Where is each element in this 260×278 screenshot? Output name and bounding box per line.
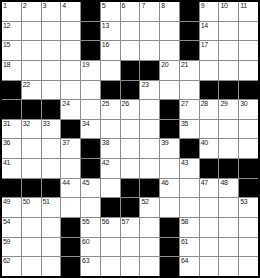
clue-number: 21 [181,61,188,69]
white-cell[interactable] [81,81,100,100]
crossword-grid: 1234567891011121314151617181920212223242… [0,0,260,278]
clue-number: 10 [220,2,227,10]
clue-number: 23 [141,81,148,89]
white-cell[interactable]: 63 [81,257,100,276]
white-cell[interactable] [61,159,80,178]
clue-number: 13 [102,22,109,30]
white-cell[interactable]: 59 [2,238,21,257]
white-cell[interactable]: 45 [81,179,100,198]
black-cell [200,81,219,100]
clue-number: 30 [240,100,247,108]
clue-number: 54 [3,218,10,226]
white-cell[interactable] [101,61,120,80]
clue-number: 4 [62,2,66,10]
white-cell[interactable] [239,257,258,276]
white-cell[interactable]: 47 [200,179,219,198]
white-cell[interactable] [140,100,159,119]
white-cell[interactable] [140,257,159,276]
white-cell[interactable]: 13 [101,22,120,41]
black-cell [61,238,80,257]
white-cell[interactable]: 22 [22,81,41,100]
white-cell[interactable]: 37 [61,139,80,158]
white-cell[interactable] [22,257,41,276]
black-cell [101,81,120,100]
white-cell[interactable] [42,159,61,178]
black-cell [160,120,179,139]
black-cell [121,198,140,217]
black-cell [81,2,100,21]
clue-number: 7 [141,2,145,10]
black-cell [2,81,21,100]
white-cell[interactable]: 49 [2,198,21,217]
white-cell[interactable]: 42 [101,159,120,178]
black-cell [42,179,61,198]
white-cell[interactable] [239,41,258,60]
clue-number: 26 [122,100,129,108]
clue-number: 58 [181,218,188,226]
white-cell[interactable] [22,61,41,80]
clue-number: 12 [3,22,10,30]
white-cell[interactable]: 55 [81,218,100,237]
clue-number: 43 [181,159,188,167]
white-cell[interactable] [140,139,159,158]
white-cell[interactable] [160,198,179,217]
clue-number: 55 [82,218,89,226]
clue-number: 52 [141,198,148,206]
white-cell[interactable] [239,238,258,257]
white-cell[interactable] [219,218,238,237]
white-cell[interactable]: 17 [200,41,219,60]
white-cell[interactable] [22,22,41,41]
white-cell[interactable]: 56 [101,218,120,237]
white-cell[interactable]: 54 [2,218,21,237]
black-cell [200,159,219,178]
clue-number: 24 [62,100,69,108]
clue-number: 1 [3,2,7,10]
white-cell[interactable] [42,257,61,276]
white-cell[interactable]: 33 [42,120,61,139]
white-cell[interactable] [42,218,61,237]
black-cell [2,100,21,119]
white-cell[interactable]: 25 [101,100,120,119]
clue-number: 51 [43,198,50,206]
clue-number: 48 [220,179,227,187]
white-cell[interactable]: 16 [101,41,120,60]
clue-number: 28 [201,100,208,108]
white-cell[interactable]: 39 [160,139,179,158]
white-cell[interactable] [61,81,80,100]
clue-number: 33 [43,120,50,128]
white-cell[interactable]: 62 [2,257,21,276]
clue-number: 41 [3,159,10,167]
white-cell[interactable]: 5 [101,2,120,21]
white-cell[interactable]: 4 [61,2,80,21]
clue-number: 27 [181,100,188,108]
white-cell[interactable]: 35 [180,120,199,139]
clue-number: 44 [62,179,69,187]
white-cell[interactable] [101,238,120,257]
white-cell[interactable]: 7 [140,2,159,21]
clue-number: 36 [3,139,10,147]
white-cell[interactable]: 34 [81,120,100,139]
white-cell[interactable]: 9 [200,2,219,21]
white-cell[interactable] [180,179,199,198]
white-cell[interactable] [219,198,238,217]
white-cell[interactable] [160,22,179,41]
white-cell[interactable]: 21 [180,61,199,80]
black-cell [140,61,159,80]
white-cell[interactable] [200,218,219,237]
white-cell[interactable] [101,257,120,276]
clue-number: 34 [82,120,89,128]
black-cell [219,81,238,100]
clue-number: 57 [122,218,129,226]
clue-number: 47 [201,179,208,187]
clue-number: 16 [102,41,109,49]
clue-number: 53 [240,198,247,206]
white-cell[interactable] [219,238,238,257]
white-cell[interactable] [160,41,179,60]
white-cell[interactable]: 26 [121,100,140,119]
white-cell[interactable] [22,218,41,237]
white-cell[interactable] [42,238,61,257]
white-cell[interactable]: 29 [219,100,238,119]
black-cell [140,179,159,198]
white-cell[interactable]: 18 [2,61,21,80]
clue-number: 45 [82,179,89,187]
white-cell[interactable]: 32 [22,120,41,139]
white-cell[interactable] [42,22,61,41]
white-cell[interactable] [61,61,80,80]
clue-number: 29 [220,100,227,108]
white-cell[interactable] [239,22,258,41]
white-cell[interactable] [200,257,219,276]
clue-number: 39 [161,139,168,147]
white-cell[interactable] [200,120,219,139]
white-cell[interactable]: 38 [101,139,120,158]
black-cell [121,61,140,80]
clue-number: 49 [3,198,10,206]
black-cell [81,22,100,41]
white-cell[interactable] [81,198,100,217]
white-cell[interactable]: 10 [219,2,238,21]
clue-number: 62 [3,257,10,265]
black-cell [180,139,199,158]
white-cell[interactable] [200,61,219,80]
black-cell [121,81,140,100]
clue-number: 63 [82,257,89,265]
white-cell[interactable] [121,159,140,178]
clue-number: 60 [82,238,89,246]
white-cell[interactable]: 19 [81,61,100,80]
clue-number: 46 [161,179,168,187]
clue-number: 25 [102,100,109,108]
white-cell[interactable]: 41 [2,159,21,178]
white-cell[interactable] [61,198,80,217]
white-cell[interactable]: 2 [22,2,41,21]
white-cell[interactable] [140,22,159,41]
black-cell [22,179,41,198]
white-cell[interactable] [22,238,41,257]
white-cell[interactable] [219,257,238,276]
black-cell [61,257,80,276]
white-cell[interactable]: 51 [42,198,61,217]
white-cell[interactable]: 1 [2,2,21,21]
white-cell[interactable] [42,81,61,100]
white-cell[interactable]: 53 [239,198,258,217]
white-cell[interactable] [121,22,140,41]
clue-number: 40 [201,139,208,147]
white-cell[interactable] [42,41,61,60]
white-cell[interactable] [239,61,258,80]
clue-number: 8 [161,2,165,10]
white-cell[interactable]: 28 [200,100,219,119]
white-cell[interactable] [160,81,179,100]
clue-number: 64 [181,257,188,265]
white-cell[interactable] [121,257,140,276]
white-cell[interactable]: 43 [180,159,199,178]
black-cell [2,179,21,198]
white-cell[interactable]: 48 [219,179,238,198]
white-cell[interactable] [180,198,199,217]
white-cell[interactable] [121,238,140,257]
white-cell[interactable]: 52 [140,198,159,217]
white-cell[interactable] [22,139,41,158]
clue-number: 2 [23,2,27,10]
black-cell [22,100,41,119]
clue-number: 19 [82,61,89,69]
black-cell [239,159,258,178]
clue-number: 17 [201,41,208,49]
white-cell[interactable] [61,41,80,60]
clue-number: 6 [122,2,126,10]
white-cell[interactable] [200,238,219,257]
white-cell[interactable] [121,139,140,158]
white-cell[interactable]: 57 [121,218,140,237]
white-cell[interactable]: 50 [22,198,41,217]
black-cell [180,2,199,21]
clue-number: 3 [43,2,47,10]
white-cell[interactable]: 58 [180,218,199,237]
clue-number: 38 [102,139,109,147]
white-cell[interactable] [239,218,258,237]
white-cell[interactable]: 27 [180,100,199,119]
black-cell [239,179,258,198]
clue-number: 22 [23,81,30,89]
white-cell[interactable]: 24 [61,100,80,119]
white-cell[interactable] [140,159,159,178]
black-cell [81,159,100,178]
black-cell [61,120,80,139]
white-cell[interactable]: 14 [200,22,219,41]
white-cell[interactable] [42,61,61,80]
black-cell [160,238,179,257]
clue-number: 15 [3,41,10,49]
clue-number: 35 [181,120,188,128]
clue-number: 56 [102,218,109,226]
black-cell [42,100,61,119]
black-cell [219,159,238,178]
clue-number: 14 [201,22,208,30]
black-cell [121,179,140,198]
black-cell [180,41,199,60]
clue-number: 20 [161,61,168,69]
black-cell [160,218,179,237]
clue-number: 37 [62,139,69,147]
white-cell[interactable] [140,41,159,60]
white-cell[interactable] [219,120,238,139]
clue-number: 9 [201,2,205,10]
black-cell [61,218,80,237]
white-cell[interactable] [121,41,140,60]
black-cell [239,81,258,100]
white-cell[interactable]: 23 [140,81,159,100]
white-cell[interactable]: 3 [42,2,61,21]
white-cell[interactable]: 30 [239,100,258,119]
white-cell[interactable]: 15 [2,41,21,60]
white-cell[interactable]: 11 [239,2,258,21]
white-cell[interactable]: 64 [180,257,199,276]
white-cell[interactable]: 61 [180,238,199,257]
black-cell [180,22,199,41]
black-cell [81,41,100,60]
black-cell [101,198,120,217]
white-cell[interactable] [219,22,238,41]
white-cell[interactable]: 46 [160,179,179,198]
black-cell [160,257,179,276]
clue-number: 31 [3,120,10,128]
white-cell[interactable]: 6 [121,2,140,21]
white-cell[interactable]: 36 [2,139,21,158]
white-cell[interactable] [22,41,41,60]
white-cell[interactable]: 40 [200,139,219,158]
white-cell[interactable]: 8 [160,2,179,21]
white-cell[interactable] [42,139,61,158]
white-cell[interactable] [22,159,41,178]
white-cell[interactable] [219,61,238,80]
clue-number: 59 [3,238,10,246]
white-cell[interactable] [200,198,219,217]
white-cell[interactable] [140,238,159,257]
clue-number: 50 [23,198,30,206]
white-cell[interactable]: 44 [61,179,80,198]
white-cell[interactable] [239,139,258,158]
white-cell[interactable] [61,22,80,41]
clue-number: 61 [181,238,188,246]
white-cell[interactable]: 31 [2,120,21,139]
white-cell[interactable] [140,218,159,237]
white-cell[interactable] [239,120,258,139]
white-cell[interactable] [101,120,120,139]
white-cell[interactable] [219,41,238,60]
clue-number: 11 [240,2,247,10]
black-cell [81,139,100,158]
white-cell[interactable] [81,100,100,119]
white-cell[interactable]: 60 [81,238,100,257]
clue-number: 42 [102,159,109,167]
white-cell[interactable] [160,159,179,178]
white-cell[interactable] [219,139,238,158]
black-cell [160,100,179,119]
white-cell[interactable]: 20 [160,61,179,80]
white-cell[interactable] [101,179,120,198]
white-cell[interactable] [121,120,140,139]
clue-number: 32 [23,120,30,128]
clue-number: 5 [102,2,106,10]
white-cell[interactable]: 12 [2,22,21,41]
clue-number: 18 [3,61,10,69]
white-cell[interactable] [140,120,159,139]
white-cell[interactable] [180,81,199,100]
